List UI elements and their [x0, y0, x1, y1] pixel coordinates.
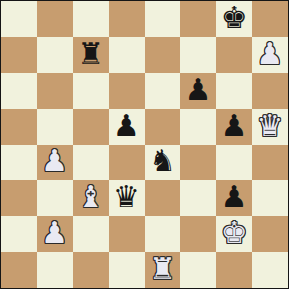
square-f2[interactable]	[180, 216, 216, 252]
square-e1[interactable]: ♜	[145, 252, 181, 288]
square-h5[interactable]: ♛	[252, 109, 288, 145]
square-e7[interactable]	[145, 37, 181, 73]
black-queen-d3[interactable]: ♛	[113, 182, 140, 212]
square-c6[interactable]	[73, 73, 109, 109]
square-g3[interactable]: ♟	[216, 180, 252, 216]
square-e8[interactable]	[145, 1, 181, 37]
square-h4[interactable]	[252, 145, 288, 181]
square-e6[interactable]	[145, 73, 181, 109]
square-f6[interactable]: ♟	[180, 73, 216, 109]
square-h1[interactable]	[252, 252, 288, 288]
black-pawn-g3[interactable]: ♟	[221, 182, 248, 212]
square-e4[interactable]: ♞	[145, 145, 181, 181]
square-h8[interactable]	[252, 1, 288, 37]
square-b2[interactable]: ♟	[37, 216, 73, 252]
square-c8[interactable]	[73, 1, 109, 37]
square-e5[interactable]	[145, 109, 181, 145]
square-a6[interactable]	[1, 73, 37, 109]
square-f8[interactable]	[180, 1, 216, 37]
square-a4[interactable]	[1, 145, 37, 181]
square-a3[interactable]	[1, 180, 37, 216]
square-d8[interactable]	[109, 1, 145, 37]
square-b4[interactable]: ♟	[37, 145, 73, 181]
square-g4[interactable]	[216, 145, 252, 181]
square-d4[interactable]	[109, 145, 145, 181]
white-pawn-h7[interactable]: ♟	[257, 39, 284, 69]
square-d7[interactable]	[109, 37, 145, 73]
square-b3[interactable]	[37, 180, 73, 216]
square-e3[interactable]	[145, 180, 181, 216]
square-f5[interactable]	[180, 109, 216, 145]
square-c4[interactable]	[73, 145, 109, 181]
square-f7[interactable]	[180, 37, 216, 73]
square-d1[interactable]	[109, 252, 145, 288]
square-c2[interactable]	[73, 216, 109, 252]
white-pawn-b2[interactable]: ♟	[41, 218, 68, 248]
black-king-g8[interactable]: ♚	[221, 3, 248, 33]
chess-board-container: ♚♜♟♟♟♟♛♟♞♝♛♟♟♚♜	[0, 0, 289, 289]
black-pawn-d5[interactable]: ♟	[113, 111, 140, 141]
square-d5[interactable]: ♟	[109, 109, 145, 145]
black-pawn-f6[interactable]: ♟	[185, 75, 212, 105]
square-a5[interactable]	[1, 109, 37, 145]
square-g7[interactable]	[216, 37, 252, 73]
square-d6[interactable]	[109, 73, 145, 109]
square-c1[interactable]	[73, 252, 109, 288]
square-g8[interactable]: ♚	[216, 1, 252, 37]
square-b5[interactable]	[37, 109, 73, 145]
square-h7[interactable]: ♟	[252, 37, 288, 73]
square-e2[interactable]	[145, 216, 181, 252]
square-a8[interactable]	[1, 1, 37, 37]
white-queen-h5[interactable]: ♛	[257, 111, 284, 141]
square-a2[interactable]	[1, 216, 37, 252]
square-a7[interactable]	[1, 37, 37, 73]
black-pawn-g5[interactable]: ♟	[221, 111, 248, 141]
square-g1[interactable]	[216, 252, 252, 288]
white-bishop-c3[interactable]: ♝	[77, 182, 104, 212]
white-pawn-b4[interactable]: ♟	[41, 146, 68, 176]
square-g6[interactable]	[216, 73, 252, 109]
white-king-g2[interactable]: ♚	[221, 218, 248, 248]
square-f4[interactable]	[180, 145, 216, 181]
square-b7[interactable]	[37, 37, 73, 73]
square-c7[interactable]: ♜	[73, 37, 109, 73]
square-c5[interactable]	[73, 109, 109, 145]
square-g2[interactable]: ♚	[216, 216, 252, 252]
square-d2[interactable]	[109, 216, 145, 252]
square-g5[interactable]: ♟	[216, 109, 252, 145]
square-h3[interactable]	[252, 180, 288, 216]
square-a1[interactable]	[1, 252, 37, 288]
square-b1[interactable]	[37, 252, 73, 288]
square-h2[interactable]	[252, 216, 288, 252]
chess-board: ♚♜♟♟♟♟♛♟♞♝♛♟♟♚♜	[0, 0, 289, 289]
black-rook-c7[interactable]: ♜	[77, 39, 104, 69]
square-f3[interactable]	[180, 180, 216, 216]
square-f1[interactable]	[180, 252, 216, 288]
white-rook-e1[interactable]: ♜	[149, 254, 176, 284]
square-c3[interactable]: ♝	[73, 180, 109, 216]
square-b8[interactable]	[37, 1, 73, 37]
black-knight-e4[interactable]: ♞	[149, 146, 176, 176]
square-d3[interactable]: ♛	[109, 180, 145, 216]
square-b6[interactable]	[37, 73, 73, 109]
square-h6[interactable]	[252, 73, 288, 109]
